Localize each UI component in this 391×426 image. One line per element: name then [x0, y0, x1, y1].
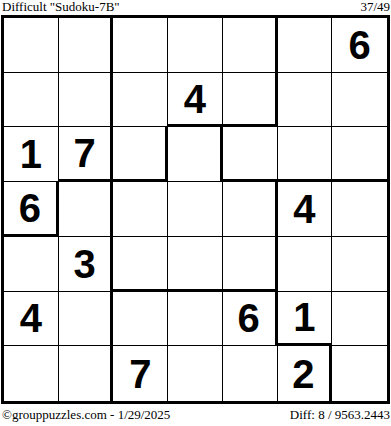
cell-r4c7[interactable] [332, 182, 387, 237]
cell-r3c5[interactable] [223, 127, 278, 182]
cell-r3c1[interactable]: 1 [4, 127, 59, 182]
cell-r3c3[interactable] [113, 127, 168, 182]
cell-r6c7[interactable] [332, 292, 387, 347]
cell-r6c4[interactable] [168, 292, 223, 347]
page-title: Difficult "Sudoku-7B" [2, 0, 120, 14]
cell-r3c7[interactable] [332, 127, 387, 182]
difficulty-text: Diff: 8 / 9563.2443 [290, 407, 390, 422]
cell-r7c5[interactable] [223, 346, 278, 401]
cell-r5c2[interactable]: 3 [59, 237, 114, 292]
cell-r5c4[interactable] [168, 237, 223, 292]
footer: ©grouppuzzles.com - 1/29/2025 Diff: 8 / … [2, 407, 390, 422]
remaining-counter: 37/49 [360, 0, 390, 14]
cell-r7c1[interactable] [4, 346, 59, 401]
cell-r7c4[interactable] [168, 346, 223, 401]
cell-r5c6[interactable] [278, 237, 333, 292]
sudoku-board: 641764346172 [1, 15, 390, 404]
cell-r6c1[interactable]: 4 [4, 292, 59, 347]
cell-r4c5[interactable] [223, 182, 278, 237]
cell-r6c3[interactable] [113, 292, 168, 347]
cell-r2c6[interactable] [278, 73, 333, 128]
cell-r1c6[interactable] [278, 18, 333, 73]
cell-r2c7[interactable] [332, 73, 387, 128]
cell-r2c3[interactable] [113, 73, 168, 128]
cell-r4c1[interactable]: 6 [4, 182, 59, 237]
cell-r5c1[interactable] [4, 237, 59, 292]
puzzle-page: Difficult "Sudoku-7B" 37/49 641764346172… [0, 0, 391, 426]
cell-r3c2[interactable]: 7 [59, 127, 114, 182]
cell-r3c6[interactable] [278, 127, 333, 182]
cell-r6c2[interactable] [59, 292, 114, 347]
cell-r7c3[interactable]: 7 [113, 346, 168, 401]
cell-r2c4[interactable]: 4 [168, 73, 223, 128]
cell-r7c7[interactable] [332, 346, 387, 401]
cell-r4c3[interactable] [113, 182, 168, 237]
cell-r5c7[interactable] [332, 237, 387, 292]
cell-r1c3[interactable] [113, 18, 168, 73]
cell-r4c2[interactable] [59, 182, 114, 237]
cell-r1c1[interactable] [4, 18, 59, 73]
cell-r3c4[interactable] [168, 127, 223, 182]
cell-r2c5[interactable] [223, 73, 278, 128]
cell-r1c5[interactable] [223, 18, 278, 73]
cell-r5c3[interactable] [113, 237, 168, 292]
cell-r1c7[interactable]: 6 [332, 18, 387, 73]
copyright-text: ©grouppuzzles.com - 1/29/2025 [2, 407, 170, 422]
cell-r5c5[interactable] [223, 237, 278, 292]
cell-r7c6[interactable]: 2 [278, 346, 333, 401]
cell-r6c5[interactable]: 6 [223, 292, 278, 347]
cell-r4c6[interactable]: 4 [278, 182, 333, 237]
cell-r1c2[interactable] [59, 18, 114, 73]
header: Difficult "Sudoku-7B" 37/49 [2, 0, 390, 15]
cell-r1c4[interactable] [168, 18, 223, 73]
cell-r4c4[interactable] [168, 182, 223, 237]
cell-r6c6[interactable]: 1 [278, 292, 333, 347]
cell-r2c2[interactable] [59, 73, 114, 128]
cell-r7c2[interactable] [59, 346, 114, 401]
cell-r2c1[interactable] [4, 73, 59, 128]
